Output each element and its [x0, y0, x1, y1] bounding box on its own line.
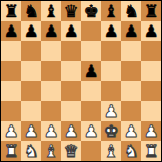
square-h3[interactable]: [141, 101, 161, 121]
black-queen[interactable]: ♛: [63, 2, 78, 19]
black-knight[interactable]: ♞: [123, 2, 138, 19]
square-e8[interactable]: ♚: [81, 1, 101, 21]
white-pawn[interactable]: ♟: [83, 122, 98, 139]
square-b8[interactable]: ♞: [21, 1, 41, 21]
square-c7[interactable]: ♟: [41, 21, 61, 41]
square-a3[interactable]: [1, 101, 21, 121]
square-c5[interactable]: [41, 61, 61, 81]
square-f2[interactable]: ♚: [101, 121, 121, 141]
square-a2[interactable]: ♟: [1, 121, 21, 141]
square-g2[interactable]: ♟: [121, 121, 141, 141]
square-c4[interactable]: [41, 81, 61, 101]
square-c6[interactable]: [41, 41, 61, 61]
square-b4[interactable]: [21, 81, 41, 101]
square-f1[interactable]: ♝: [101, 141, 121, 161]
square-c3[interactable]: [41, 101, 61, 121]
square-f3[interactable]: ♟: [101, 101, 121, 121]
square-g1[interactable]: ♞: [121, 141, 141, 161]
white-bishop[interactable]: ♝: [103, 142, 118, 159]
white-pawn[interactable]: ♟: [143, 122, 158, 139]
square-c8[interactable]: ♝: [41, 1, 61, 21]
square-e2[interactable]: ♟: [81, 121, 101, 141]
white-rook[interactable]: ♜: [3, 142, 18, 159]
white-queen[interactable]: ♛: [63, 142, 78, 159]
square-a5[interactable]: [1, 61, 21, 81]
square-f5[interactable]: [101, 61, 121, 81]
square-a7[interactable]: ♟: [1, 21, 21, 41]
square-g8[interactable]: ♞: [121, 1, 141, 21]
square-a8[interactable]: ♜: [1, 1, 21, 21]
square-h1[interactable]: ♜: [141, 141, 161, 161]
square-e1[interactable]: [81, 141, 101, 161]
square-c2[interactable]: ♟: [41, 121, 61, 141]
white-pawn[interactable]: ♟: [103, 102, 118, 119]
black-knight[interactable]: ♞: [23, 2, 38, 19]
square-b2[interactable]: ♟: [21, 121, 41, 141]
square-g6[interactable]: [121, 41, 141, 61]
black-bishop[interactable]: ♝: [103, 2, 118, 19]
square-a6[interactable]: [1, 41, 21, 61]
white-pawn[interactable]: ♟: [63, 122, 78, 139]
square-d6[interactable]: [61, 41, 81, 61]
square-g3[interactable]: [121, 101, 141, 121]
square-e6[interactable]: [81, 41, 101, 61]
white-pawn[interactable]: ♟: [123, 122, 138, 139]
square-e4[interactable]: [81, 81, 101, 101]
black-pawn[interactable]: ♟: [63, 22, 78, 39]
square-e5[interactable]: ♟: [81, 61, 101, 81]
square-f8[interactable]: ♝: [101, 1, 121, 21]
square-h4[interactable]: [141, 81, 161, 101]
square-f7[interactable]: ♟: [101, 21, 121, 41]
square-a1[interactable]: ♜: [1, 141, 21, 161]
black-bishop[interactable]: ♝: [43, 2, 58, 19]
square-g5[interactable]: [121, 61, 141, 81]
square-h7[interactable]: ♟: [141, 21, 161, 41]
square-h8[interactable]: ♜: [141, 1, 161, 21]
square-b7[interactable]: ♟: [21, 21, 41, 41]
white-bishop[interactable]: ♝: [43, 142, 58, 159]
white-pawn[interactable]: ♟: [23, 122, 38, 139]
black-rook[interactable]: ♜: [3, 2, 18, 19]
black-pawn[interactable]: ♟: [43, 22, 58, 39]
square-d2[interactable]: ♟: [61, 121, 81, 141]
square-h5[interactable]: [141, 61, 161, 81]
white-pawn[interactable]: ♟: [43, 122, 58, 139]
black-king[interactable]: ♚: [83, 2, 98, 19]
square-h2[interactable]: ♟: [141, 121, 161, 141]
black-pawn[interactable]: ♟: [83, 62, 98, 79]
black-pawn[interactable]: ♟: [143, 22, 158, 39]
square-d5[interactable]: [61, 61, 81, 81]
white-knight[interactable]: ♞: [23, 142, 38, 159]
square-b3[interactable]: [21, 101, 41, 121]
black-rook[interactable]: ♜: [143, 2, 158, 19]
square-d3[interactable]: [61, 101, 81, 121]
white-knight[interactable]: ♞: [123, 142, 138, 159]
white-pawn[interactable]: ♟: [3, 122, 18, 139]
square-g4[interactable]: [121, 81, 141, 101]
black-pawn[interactable]: ♟: [123, 22, 138, 39]
square-d8[interactable]: ♛: [61, 1, 81, 21]
board-frame: ♜♞♝♛♚♝♞♜♟♟♟♟♟♟♟♟♟♟♟♟♟♟♚♟♟♜♞♝♛♝♞♜: [0, 0, 162, 162]
square-f6[interactable]: [101, 41, 121, 61]
white-rook[interactable]: ♜: [143, 142, 158, 159]
square-g7[interactable]: ♟: [121, 21, 141, 41]
square-b1[interactable]: ♞: [21, 141, 41, 161]
black-pawn[interactable]: ♟: [23, 22, 38, 39]
square-h6[interactable]: [141, 41, 161, 61]
square-e7[interactable]: [81, 21, 101, 41]
square-d7[interactable]: ♟: [61, 21, 81, 41]
square-d4[interactable]: [61, 81, 81, 101]
square-f4[interactable]: [101, 81, 121, 101]
square-b5[interactable]: [21, 61, 41, 81]
black-pawn[interactable]: ♟: [103, 22, 118, 39]
square-c1[interactable]: ♝: [41, 141, 61, 161]
square-b6[interactable]: [21, 41, 41, 61]
chess-board: ♜♞♝♛♚♝♞♜♟♟♟♟♟♟♟♟♟♟♟♟♟♟♚♟♟♜♞♝♛♝♞♜: [1, 1, 161, 161]
square-a4[interactable]: [1, 81, 21, 101]
square-d1[interactable]: ♛: [61, 141, 81, 161]
white-king[interactable]: ♚: [103, 122, 118, 139]
black-pawn[interactable]: ♟: [3, 22, 18, 39]
square-e3[interactable]: [81, 101, 101, 121]
